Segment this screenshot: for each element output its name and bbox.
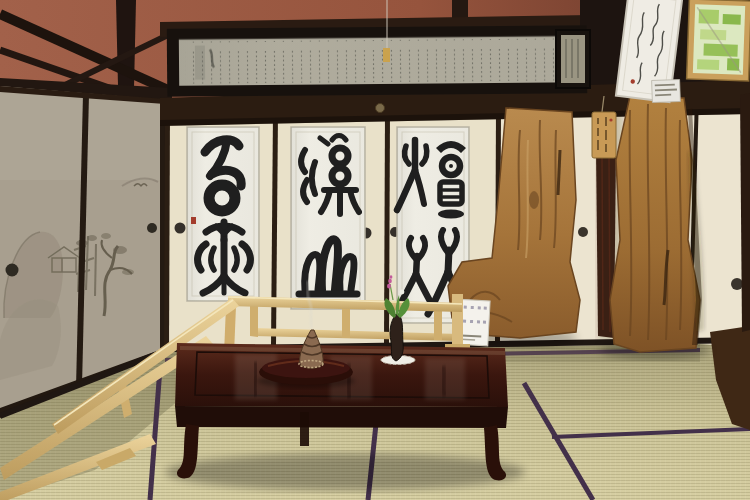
green-artwork-frame (687, 0, 750, 81)
calligraphy-panel-left (187, 127, 259, 301)
small-dark-frame (556, 30, 590, 88)
vase-body (390, 314, 403, 361)
framed-scroll (167, 25, 588, 97)
beam-label-sticker (652, 80, 681, 103)
door-divider-0 (164, 108, 170, 350)
photo-scene (0, 0, 750, 500)
table-leg-rear (300, 412, 309, 446)
door-pull-r2 (731, 278, 743, 290)
door-pull-c1 (175, 223, 186, 234)
calligraphy-panel-middle (291, 127, 365, 309)
lintel-knob (376, 104, 385, 113)
table-apron (175, 406, 508, 428)
red-seal (191, 217, 196, 224)
door-pull-left-2 (147, 223, 157, 233)
room-photo (0, 0, 750, 500)
white-flower (400, 290, 405, 295)
door-pull-left-1 (6, 264, 19, 277)
wood-slab-right (610, 96, 700, 352)
wire-tag (383, 48, 390, 62)
door-pull-r1 (578, 227, 588, 237)
rail-end-post (452, 294, 463, 348)
scroll-text-columns (185, 38, 571, 83)
